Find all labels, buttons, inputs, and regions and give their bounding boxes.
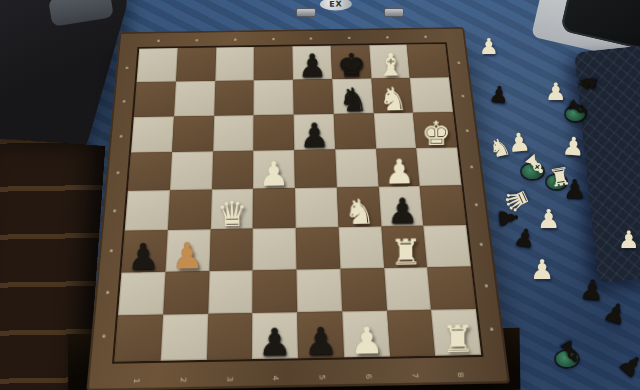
captured-glyph: ♟ <box>563 176 586 202</box>
captured-piece-bP: ♟ <box>580 276 604 303</box>
piece-wR-h1: ♜ <box>435 319 481 359</box>
piece-bP-d1: ♟ <box>252 322 298 362</box>
captured-piece-wP: ♟ <box>479 36 499 58</box>
square-b3: ♟ <box>165 229 210 271</box>
square-d1: ♟ <box>252 313 298 359</box>
square-f7: ♞ <box>332 78 373 113</box>
captured-piece-bN: ♞ <box>578 72 598 94</box>
square-f2 <box>340 268 387 312</box>
piece-wN-g7: ♞ <box>373 81 413 116</box>
square-a3: ♟ <box>121 230 167 272</box>
square-c6 <box>213 115 254 152</box>
captured-piece-bP: ♟ <box>563 176 586 202</box>
square-f8: ♚ <box>331 45 371 79</box>
square-h3 <box>424 225 471 267</box>
square-e4 <box>295 187 338 227</box>
square-c7 <box>214 80 254 115</box>
square-g7: ♞ <box>371 78 413 113</box>
square-e7 <box>293 79 334 114</box>
piece-wP-g5: ♟ <box>378 153 420 190</box>
square-f6 <box>333 113 375 150</box>
coord-label: 3 <box>224 355 234 390</box>
piece-bP-e1: ♟ <box>298 321 344 361</box>
board-frame: ♟♚♝♞♞♟♚♟♟♛♞♟♟♟♜♟♟♟♜ 12345678 <box>86 27 510 390</box>
piece-wN-f4: ♞ <box>338 193 381 230</box>
square-f1: ♟ <box>342 311 390 357</box>
captured-piece-wB: ♝ <box>524 152 547 178</box>
coord-label: 5 <box>316 353 326 390</box>
captured-glyph: ♟ <box>537 206 560 232</box>
piece-wQ-c4: ♛ <box>210 195 253 232</box>
edge-dot <box>272 37 275 39</box>
square-b4 <box>168 189 212 229</box>
square-h7 <box>410 77 453 112</box>
captured-glyph: ♟ <box>561 133 585 160</box>
square-d7 <box>254 79 294 114</box>
coord-label: 6 <box>362 352 374 390</box>
square-h2 <box>427 266 476 310</box>
captured-glyph: ♟ <box>545 80 567 104</box>
square-d8 <box>254 46 293 80</box>
square-g8: ♝ <box>369 45 410 79</box>
coord-label: 8 <box>453 351 467 390</box>
piece-bK-f8: ♚ <box>331 48 370 82</box>
edge-dot <box>109 249 112 252</box>
edge-dot <box>122 100 125 103</box>
square-g1 <box>387 310 436 356</box>
square-b6 <box>172 115 214 152</box>
square-e6: ♟ <box>294 113 335 150</box>
square-e2 <box>296 268 342 312</box>
captured-piece-wP: ♟ <box>537 206 560 232</box>
piece-wP-f1: ♟ <box>343 320 389 360</box>
square-a7 <box>134 81 176 116</box>
square-e3 <box>296 227 340 269</box>
captured-piece-bB: ♝ <box>558 338 583 366</box>
edge-dot <box>196 39 199 41</box>
square-b2 <box>163 271 209 315</box>
edge-dot <box>119 134 122 137</box>
piece-bN-f7: ♞ <box>333 82 373 117</box>
piece-wR-g3: ♜ <box>383 232 427 270</box>
edge-dot <box>113 209 116 212</box>
square-d2 <box>252 269 297 313</box>
square-e1: ♟ <box>297 312 344 358</box>
square-d5: ♟ <box>253 150 295 188</box>
captured-piece-bP: ♟ <box>489 84 509 106</box>
piece-bP-e8: ♟ <box>292 48 332 82</box>
captured-piece-bP: ♟ <box>620 352 640 378</box>
square-c1 <box>206 313 252 359</box>
edge-dot <box>474 203 477 206</box>
chess-board: ♟♚♝♞♞♟♚♟♟♛♞♟♟♟♜♟♟♟♜ <box>114 44 481 361</box>
captured-glyph: ♞ <box>574 70 601 96</box>
captured-glyph: ♟ <box>614 348 640 383</box>
square-h6: ♚ <box>413 112 457 149</box>
piece-tP-b3: ♟ <box>165 236 209 274</box>
square-d4 <box>253 188 296 228</box>
edge-dot <box>489 327 493 330</box>
square-c4: ♛ <box>210 189 253 229</box>
square-h1: ♜ <box>431 309 481 355</box>
piece-wB-g8: ♝ <box>370 47 409 81</box>
edge-dot <box>125 66 128 69</box>
edge-dot <box>102 334 106 337</box>
coord-label: 2 <box>177 356 188 390</box>
square-g3: ♜ <box>381 225 427 267</box>
piece-bP-a3: ♟ <box>121 237 165 275</box>
square-e5 <box>294 150 336 188</box>
square-b8 <box>176 47 216 81</box>
square-h4 <box>420 185 466 225</box>
square-f5 <box>335 149 378 187</box>
square-c5 <box>212 151 254 190</box>
square-e8: ♟ <box>292 46 332 80</box>
edge-dot <box>479 242 482 245</box>
piece-bP-g4: ♟ <box>380 192 423 229</box>
square-d6 <box>253 114 294 151</box>
captured-piece-bB: ♝ <box>568 96 590 120</box>
square-a2 <box>118 271 165 315</box>
coord-label: 1 <box>130 357 142 390</box>
bottom-coordinate-labels: 12345678 <box>112 370 484 386</box>
captured-piece-bP: ♟ <box>514 226 536 250</box>
captured-glyph: ♟ <box>488 83 510 107</box>
square-g6 <box>373 112 416 149</box>
square-b1 <box>160 314 207 361</box>
captured-glyph: ♟ <box>479 36 499 58</box>
square-c3 <box>209 228 253 270</box>
square-a5 <box>128 152 172 191</box>
square-g2 <box>384 267 432 311</box>
square-a8 <box>137 48 178 82</box>
edge-dot <box>234 38 237 40</box>
edge-dot <box>469 165 472 168</box>
square-b7 <box>174 81 215 116</box>
coord-label: 7 <box>408 352 421 390</box>
square-f4: ♞ <box>337 187 381 227</box>
captured-glyph: ♟ <box>530 256 554 283</box>
captured-piece-bP: ♟ <box>604 300 627 326</box>
edge-dot <box>424 35 427 37</box>
square-f3 <box>338 226 383 268</box>
square-h8 <box>407 44 449 78</box>
edge-dot <box>157 39 160 41</box>
square-g5: ♟ <box>376 148 420 186</box>
edge-dot <box>457 61 460 63</box>
piece-wP-d5: ♟ <box>253 155 295 192</box>
square-a4 <box>125 190 170 230</box>
edge-dot <box>484 284 488 287</box>
square-g4: ♟ <box>378 186 423 226</box>
square-a1 <box>114 315 162 362</box>
captured-glyph: ♟ <box>601 297 631 329</box>
square-d3 <box>253 228 297 270</box>
captured-piece-wP: ♟ <box>618 228 640 252</box>
square-h5 <box>416 148 461 186</box>
edge-dot <box>348 36 351 38</box>
edge-dot <box>105 290 108 293</box>
square-c8 <box>215 47 254 81</box>
edge-dot <box>310 37 313 39</box>
chess-board-scene: ♟♚♝♞♞♟♚♟♟♛♞♟♟♟♜♟♟♟♜ 12345678 <box>99 14 491 356</box>
square-a6 <box>131 116 174 153</box>
coord-label: 4 <box>271 354 280 390</box>
edge-dot <box>386 36 389 38</box>
captured-piece-wP: ♟ <box>562 134 584 159</box>
piece-wK-h6: ♚ <box>416 116 457 152</box>
brand-logo: EX <box>320 0 352 11</box>
captured-glyph: ♟ <box>618 228 640 252</box>
edge-dot <box>461 94 464 97</box>
square-b5 <box>170 152 213 191</box>
captured-glyph: ♟ <box>579 275 606 304</box>
square-c2 <box>208 270 253 314</box>
captured-glyph: ♟ <box>512 224 537 251</box>
piece-bP-e6: ♟ <box>294 118 335 154</box>
captured-piece-wP: ♟ <box>530 256 554 283</box>
edge-dot <box>465 129 468 132</box>
captured-piece-wP: ♟ <box>545 80 567 104</box>
captured-glyph: ♝ <box>553 334 589 371</box>
edge-dot <box>116 171 119 174</box>
